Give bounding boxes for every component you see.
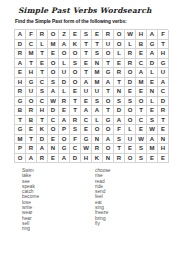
grid-cell-r1c6[interactable]: E [70, 30, 81, 40]
grid-cell-r9c10[interactable]: D [114, 106, 125, 116]
grid-cell-r13c3[interactable]: A [37, 144, 48, 154]
grid-cell-r8c5[interactable]: R [59, 97, 70, 107]
grid-cell-r7c11[interactable]: E [125, 87, 136, 97]
grid-cell-r6c14[interactable]: A [158, 78, 169, 88]
grid-cell-r8c9[interactable]: O [103, 97, 114, 107]
grid-cell-r12c1[interactable]: M [15, 135, 26, 145]
grid-cell-r6c3[interactable]: C [37, 78, 48, 88]
grid-cell-r3c2[interactable]: M [26, 49, 37, 59]
grid-cell-r12c6[interactable]: F [70, 135, 81, 145]
grid-cell-r3c9[interactable]: O [103, 49, 114, 59]
grid-cell-r9c6[interactable]: T [70, 106, 81, 116]
grid-cell-r8c7[interactable]: E [81, 97, 92, 107]
grid-cell-r8c1[interactable]: G [15, 97, 26, 107]
grid-cell-r5c2[interactable]: H [26, 68, 37, 78]
grid-cell-r13c1[interactable]: P [15, 144, 26, 154]
grid-cell-r3c12[interactable]: E [136, 49, 147, 59]
grid-cell-r13c10[interactable]: T [114, 144, 125, 154]
grid-cell-r10c10[interactable]: A [114, 116, 125, 126]
grid-cell-r14c14[interactable]: E [158, 154, 169, 164]
grid-cell-r5c7[interactable]: T [81, 68, 92, 78]
grid-cell-r7c13[interactable]: N [147, 87, 158, 97]
grid-cell-r4c7[interactable]: E [81, 59, 92, 69]
grid-cell-r10c9[interactable]: G [103, 116, 114, 126]
grid-cell-r12c5[interactable]: O [59, 135, 70, 145]
grid-cell-r10c6[interactable]: R [70, 116, 81, 126]
grid-cell-r1c9[interactable]: R [103, 30, 114, 40]
grid-cell-r11c3[interactable]: K [37, 125, 48, 135]
grid-cell-r13c7[interactable]: W [81, 144, 92, 154]
grid-cell-r9c3[interactable]: H [37, 106, 48, 116]
grid-cell-r1c12[interactable]: H [136, 30, 147, 40]
grid-cell-r11c12[interactable]: E [136, 125, 147, 135]
grid-cell-r10c3[interactable]: T [37, 116, 48, 126]
word-list: Swimtakeseespeakcatchbecomelosewritewear… [14, 168, 180, 232]
grid-cell-r10c2[interactable]: B [26, 116, 37, 126]
grid-cell-r10c1[interactable]: T [15, 116, 26, 126]
grid-cell-r9c4[interactable]: D [48, 106, 59, 116]
grid-cell-r11c5[interactable]: P [59, 125, 70, 135]
grid-cell-r8c11[interactable]: S [125, 97, 136, 107]
grid-cell-r4c6[interactable]: S [70, 59, 81, 69]
grid-cell-r11c11[interactable]: L [125, 125, 136, 135]
grid-cell-r3c14[interactable]: H [158, 49, 169, 59]
grid-cell-r11c14[interactable]: E [158, 125, 169, 135]
grid-cell-r3c10[interactable]: L [114, 49, 125, 59]
grid-cell-r14c8[interactable]: K [92, 154, 103, 164]
grid-cell-r4c1[interactable]: A [15, 59, 26, 69]
grid-cell-r8c3[interactable]: C [37, 97, 48, 107]
grid-cell-r9c7[interactable]: A [81, 106, 92, 116]
grid-cell-r9c5[interactable]: E [59, 106, 70, 116]
grid-cell-r14c7[interactable]: H [81, 154, 92, 164]
grid-cell-r2c8[interactable]: T [92, 40, 103, 50]
grid-cell-r2c14[interactable]: T [158, 40, 169, 50]
grid-cell-r2c1[interactable]: D [15, 40, 26, 50]
grid-cell-r5c5[interactable]: U [59, 68, 70, 78]
grid-cell-r3c13[interactable]: A [147, 49, 158, 59]
grid-cell-r12c14[interactable]: N [158, 135, 169, 145]
grid-cell-r7c6[interactable]: E [70, 87, 81, 97]
grid-cell-r8c12[interactable]: O [136, 97, 147, 107]
grid-cell-r13c9[interactable]: O [103, 144, 114, 154]
grid-cell-r11c1[interactable]: G [15, 125, 26, 135]
grid-cell-r2c11[interactable]: L [125, 40, 136, 50]
grid-cell-r4c3[interactable]: E [37, 59, 48, 69]
grid-cell-r5c8[interactable]: M [92, 68, 103, 78]
grid-cell-r5c9[interactable]: G [103, 68, 114, 78]
grid-cell-r10c12[interactable]: C [136, 116, 147, 126]
grid-cell-r1c7[interactable]: S [81, 30, 92, 40]
grid-cell-r2c3[interactable]: L [37, 40, 48, 50]
grid-cell-r7c3[interactable]: S [37, 87, 48, 97]
grid-cell-r10c13[interactable]: S [147, 116, 158, 126]
grid-cell-r7c4[interactable]: A [48, 87, 59, 97]
grid-cell-r13c8[interactable]: R [92, 144, 103, 154]
grid-cell-r8c4[interactable]: W [48, 97, 59, 107]
grid-cell-r11c8[interactable]: O [92, 125, 103, 135]
grid-cell-r6c5[interactable]: D [59, 78, 70, 88]
grid-cell-r1c2[interactable]: F [26, 30, 37, 40]
grid-cell-r8c2[interactable]: O [26, 97, 37, 107]
grid-cell-r6c2[interactable]: G [26, 78, 37, 88]
grid-cell-r2c2[interactable]: C [26, 40, 37, 50]
grid-cell-r5c1[interactable]: E [15, 68, 26, 78]
grid-cell-r6c9[interactable]: A [103, 78, 114, 88]
grid-cell-r4c13[interactable]: D [147, 59, 158, 69]
grid-cell-r2c12[interactable]: B [136, 40, 147, 50]
grid-cell-r12c9[interactable]: A [103, 135, 114, 145]
grid-cell-r6c7[interactable]: A [81, 78, 92, 88]
word-item-left-12: ring [22, 226, 95, 231]
grid-cell-r5c12[interactable]: A [136, 68, 147, 78]
grid-cell-r8c13[interactable]: L [147, 97, 158, 107]
grid-cell-r12c2[interactable]: T [26, 135, 37, 145]
grid-cell-r14c5[interactable]: A [59, 154, 70, 164]
grid-cell-r9c13[interactable]: E [147, 106, 158, 116]
grid-cell-r10c5[interactable]: A [59, 116, 70, 126]
grid-cell-r13c6[interactable]: C [70, 144, 81, 154]
grid-cell-r13c5[interactable]: G [59, 144, 70, 154]
grid-cell-r11c2[interactable]: E [26, 125, 37, 135]
grid-cell-r4c5[interactable]: L [59, 59, 70, 69]
grid-cell-r2c4[interactable]: M [48, 40, 59, 50]
grid-cell-r10c11[interactable]: O [125, 116, 136, 126]
grid-cell-r6c11[interactable]: D [125, 78, 136, 88]
grid-cell-r4c2[interactable]: T [26, 59, 37, 69]
grid-cell-r7c9[interactable]: T [103, 87, 114, 97]
grid-cell-r1c11[interactable]: W [125, 30, 136, 40]
grid-cell-r6c8[interactable]: M [92, 78, 103, 88]
grid-cell-r14c1[interactable]: O [15, 154, 26, 164]
grid-cell-r6c12[interactable]: M [136, 78, 147, 88]
grid-cell-r5c10[interactable]: R [114, 68, 125, 78]
grid-cell-r8c8[interactable]: S [92, 97, 103, 107]
grid-cell-r10c7[interactable]: C [81, 116, 92, 126]
grid-cell-r5c13[interactable]: L [147, 68, 158, 78]
grid-cell-r4c4[interactable]: O [48, 59, 59, 69]
grid-cell-r12c7[interactable]: G [81, 135, 92, 145]
page-subtitle: Find the Simple Past form of the followi… [15, 19, 180, 24]
grid-cell-r7c7[interactable]: U [81, 87, 92, 97]
grid-cell-r1c8[interactable]: E [92, 30, 103, 40]
wordsearch-grid: AFROZESEROWHAFDCLMAKTTUOLBGTRMTEOOTSOLRE… [14, 29, 168, 163]
grid-cell-r7c5[interactable]: L [59, 87, 70, 97]
grid-cell-r10c14[interactable]: T [158, 116, 169, 126]
grid-cell-r14c10[interactable]: R [114, 154, 125, 164]
grid-cell-r8c14[interactable]: D [158, 97, 169, 107]
grid-cell-r3c4[interactable]: E [48, 49, 59, 59]
grid-cell-r7c2[interactable]: U [26, 87, 37, 97]
grid-cell-r11c9[interactable]: O [103, 125, 114, 135]
grid-cell-r2c6[interactable]: K [70, 40, 81, 50]
grid-cell-r2c9[interactable]: U [103, 40, 114, 50]
grid-cell-r5c3[interactable]: T [37, 68, 48, 78]
grid-cell-r3c1[interactable]: R [15, 49, 26, 59]
grid-cell-r4c12[interactable]: C [136, 59, 147, 69]
grid-cell-r11c7[interactable]: E [81, 125, 92, 135]
grid-cell-r8c6[interactable]: T [70, 97, 81, 107]
grid-cell-r13c12[interactable]: S [136, 144, 147, 154]
grid-cell-r1c14[interactable]: F [158, 30, 169, 40]
grid-cell-r3c11[interactable]: R [125, 49, 136, 59]
grid-cell-r13c2[interactable]: R [26, 144, 37, 154]
grid-cell-r6c1[interactable]: H [15, 78, 26, 88]
grid-cell-r5c6[interactable]: O [70, 68, 81, 78]
grid-cell-r13c13[interactable]: M [147, 144, 158, 154]
grid-cell-r9c9[interactable]: T [103, 106, 114, 116]
grid-cell-r12c8[interactable]: N [92, 135, 103, 145]
grid-cell-r14c2[interactable]: A [26, 154, 37, 164]
grid-cell-r9c8[interactable]: A [92, 106, 103, 116]
grid-cell-r13c14[interactable]: H [158, 144, 169, 154]
grid-cell-r12c4[interactable]: E [48, 135, 59, 145]
grid-cell-r4c11[interactable]: R [125, 59, 136, 69]
grid-cell-r1c1[interactable]: A [15, 30, 26, 40]
grid-cell-r3c3[interactable]: T [37, 49, 48, 59]
grid-cell-r14c4[interactable]: E [48, 154, 59, 164]
grid-cell-r14c11[interactable]: O [125, 154, 136, 164]
grid-cell-r9c1[interactable]: B [15, 106, 26, 116]
grid-cell-r2c13[interactable]: G [147, 40, 158, 50]
grid-cell-r7c12[interactable]: E [136, 87, 147, 97]
grid-cell-r4c10[interactable]: E [114, 59, 125, 69]
grid-cell-r6c10[interactable]: T [114, 78, 125, 88]
grid-cell-r4c8[interactable]: N [92, 59, 103, 69]
grid-cell-r7c14[interactable]: C [158, 87, 169, 97]
grid-cell-r12c12[interactable]: W [136, 135, 147, 145]
grid-cell-r10c8[interactable]: L [92, 116, 103, 126]
grid-cell-r1c4[interactable]: O [48, 30, 59, 40]
grid-cell-r14c9[interactable]: N [103, 154, 114, 164]
grid-cell-r1c3[interactable]: R [37, 30, 48, 40]
grid-cell-r9c11[interactable]: O [125, 106, 136, 116]
grid-cell-r7c10[interactable]: N [114, 87, 125, 97]
word-list-right: chooserisereadridesendfeeleatsingfreezeb… [95, 168, 110, 232]
grid-cell-r2c7[interactable]: T [81, 40, 92, 50]
worksheet-page: Simple Past Verbs Wordsearch Find the Si… [0, 0, 180, 255]
grid-cell-r4c9[interactable]: T [103, 59, 114, 69]
grid-cell-r3c6[interactable]: O [70, 49, 81, 59]
grid-cell-r3c8[interactable]: S [92, 49, 103, 59]
grid-cell-r2c5[interactable]: A [59, 40, 70, 50]
grid-cell-r3c5[interactable]: O [59, 49, 70, 59]
grid-cell-r1c5[interactable]: Z [59, 30, 70, 40]
word-item-right-11: fly [95, 221, 110, 226]
grid-cell-r14c6[interactable]: D [70, 154, 81, 164]
grid-cell-r7c8[interactable]: U [92, 87, 103, 97]
grid-cell-r1c13[interactable]: A [147, 30, 158, 40]
grid-cell-r12c3[interactable]: D [37, 135, 48, 145]
grid-cell-r7c1[interactable]: R [15, 87, 26, 97]
grid-cell-r14c13[interactable]: E [147, 154, 158, 164]
grid-cell-r5c4[interactable]: O [48, 68, 59, 78]
grid-cell-r1c10[interactable]: O [114, 30, 125, 40]
grid-cell-r3c7[interactable]: T [81, 49, 92, 59]
grid-cell-r5c11[interactable]: O [125, 68, 136, 78]
grid-cell-r6c4[interactable]: S [48, 78, 59, 88]
grid-cell-r6c13[interactable]: E [147, 78, 158, 88]
grid-cell-r14c3[interactable]: R [37, 154, 48, 164]
grid-cell-r11c10[interactable]: F [114, 125, 125, 135]
grid-cell-r14c12[interactable]: S [136, 154, 147, 164]
grid-cell-r13c11[interactable]: E [125, 144, 136, 154]
grid-cell-r12c13[interactable]: A [147, 135, 158, 145]
grid-cell-r10c4[interactable]: C [48, 116, 59, 126]
grid-cell-r12c11[interactable]: U [125, 135, 136, 145]
grid-cell-r2c10[interactable]: O [114, 40, 125, 50]
grid-cell-r9c12[interactable]: T [136, 106, 147, 116]
grid-cell-r8c10[interactable]: S [114, 97, 125, 107]
grid-cell-r6c6[interactable]: O [70, 78, 81, 88]
grid-cell-r11c4[interactable]: O [48, 125, 59, 135]
grid-cell-r4c14[interactable]: G [158, 59, 169, 69]
grid-cell-r5c14[interactable]: U [158, 68, 169, 78]
grid-cell-r11c6[interactable]: S [70, 125, 81, 135]
grid-cell-r12c10[interactable]: S [114, 135, 125, 145]
grid-cell-r9c2[interactable]: R [26, 106, 37, 116]
grid-cell-r11c13[interactable]: W [147, 125, 158, 135]
grid-cell-r9c14[interactable]: R [158, 106, 169, 116]
word-list-left: Swimtakeseespeakcatchbecomelosewritewear… [22, 168, 95, 232]
page-title: Simple Past Verbs Wordsearch [18, 6, 180, 15]
grid-cell-r13c4[interactable]: N [48, 144, 59, 154]
